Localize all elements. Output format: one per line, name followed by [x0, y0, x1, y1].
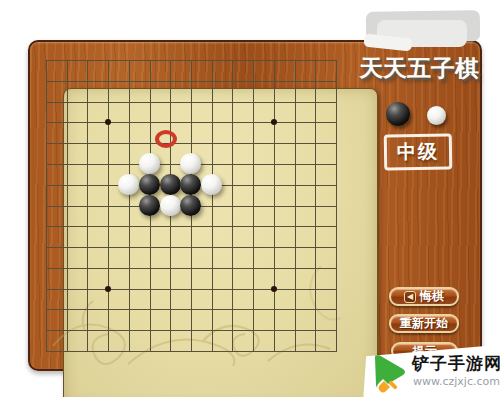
grid-hline	[46, 289, 337, 290]
black-stone	[139, 195, 160, 216]
difficulty-button[interactable]: 中级	[384, 134, 452, 171]
grid-hline	[46, 309, 337, 310]
black-stone-indicator[interactable]	[386, 102, 410, 126]
white-stone	[180, 153, 201, 174]
restart-button[interactable]: 重新开始	[389, 314, 459, 333]
white-stone-indicator[interactable]	[427, 106, 446, 125]
grid-hline	[46, 247, 337, 248]
last-move-marker	[155, 130, 177, 148]
watermark-site-name: 铲子手游网	[412, 352, 500, 375]
grid-hline	[46, 330, 337, 331]
white-stone	[160, 195, 181, 216]
star-point	[271, 286, 277, 292]
board-grid-layer[interactable]	[46, 60, 336, 351]
undo-button-label: 悔棋	[420, 288, 444, 305]
grid-vline	[336, 60, 337, 352]
black-stone	[180, 174, 201, 195]
grid-vline	[315, 60, 316, 352]
black-stone	[180, 195, 201, 216]
watermark-url: www.czjxjc.com	[413, 375, 500, 388]
grid-hline	[46, 268, 337, 269]
star-point	[105, 119, 111, 125]
white-stone	[118, 174, 139, 195]
black-stone	[160, 174, 181, 195]
undo-button[interactable]: ◀ 悔棋	[389, 287, 459, 306]
grid-hline	[46, 351, 337, 352]
app-title: 天天五子棋	[353, 53, 484, 84]
shovel-site-logo-icon	[369, 353, 409, 395]
white-stone	[139, 153, 160, 174]
grid-hline	[46, 226, 337, 227]
undo-arrow-icon: ◀	[404, 291, 416, 303]
star-point	[105, 286, 111, 292]
black-stone	[139, 174, 160, 195]
gomoku-app-screen: 天天五子棋 中级 ◀ 悔棋 重新开始 提示 铲子手游网 www.czjxjc.c…	[0, 0, 500, 397]
star-point	[271, 119, 277, 125]
white-stone	[201, 174, 222, 195]
